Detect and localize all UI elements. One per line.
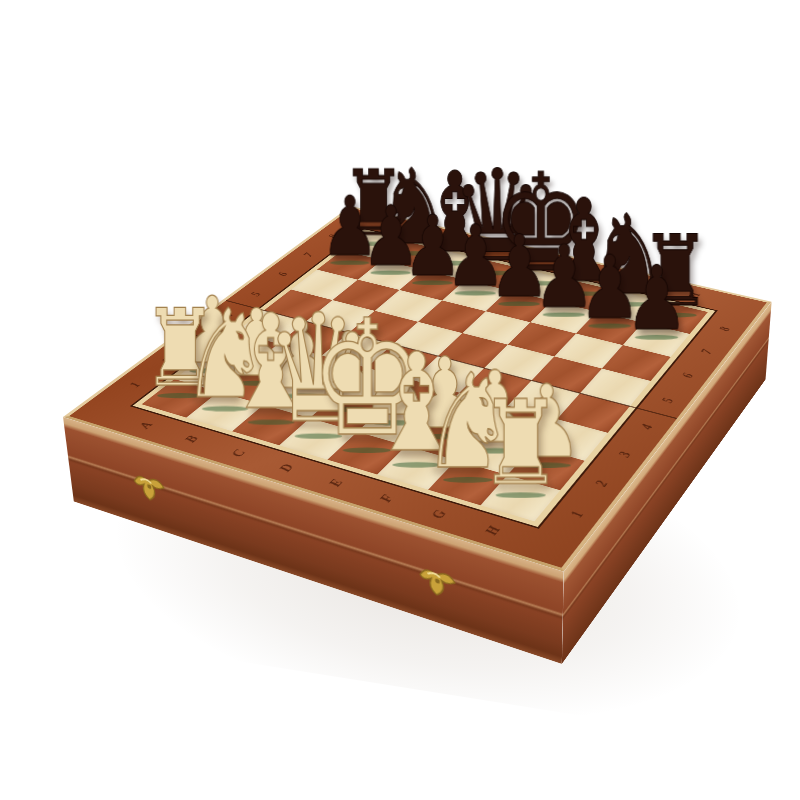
file-label-f-near: F (375, 493, 398, 504)
chess-board: AA11BB22CC33DD44EE55FF66GG77HH88 (63, 206, 772, 572)
brass-clasp-icon (128, 465, 172, 512)
rank-label-7-right: 7 (697, 348, 716, 355)
rank-label-5-right: 5 (658, 396, 677, 404)
file-label-d-near: D (275, 462, 298, 473)
file-label-g-near: G (427, 508, 450, 520)
file-label-e-near: E (325, 478, 347, 489)
file-label-c-near: C (227, 448, 249, 458)
black-pawn-glyph-icon: ♟ (625, 258, 688, 338)
rank-label-1-right: 1 (566, 509, 588, 519)
rank-label-4-right: 4 (637, 423, 657, 431)
file-label-b-near: B (181, 434, 203, 444)
white-rook-glyph-icon: ♜ (479, 391, 563, 496)
piece-white-rook-h1[interactable]: ♜ (435, 278, 607, 495)
brass-clasp-left (128, 465, 172, 512)
perspective-wrapper: AA11BB22CC33DD44EE55FF66GG77HH88 (0, 0, 800, 800)
brass-clasp-icon (414, 558, 461, 609)
file-label-h-near: H (480, 524, 504, 537)
rank-label-6-right: 6 (678, 372, 697, 380)
brass-clasp-right (414, 558, 461, 609)
file-label-a-near: A (135, 420, 156, 430)
product-photo-scene: AA11BB22CC33DD44EE55FF66GG77HH88 (0, 0, 800, 800)
